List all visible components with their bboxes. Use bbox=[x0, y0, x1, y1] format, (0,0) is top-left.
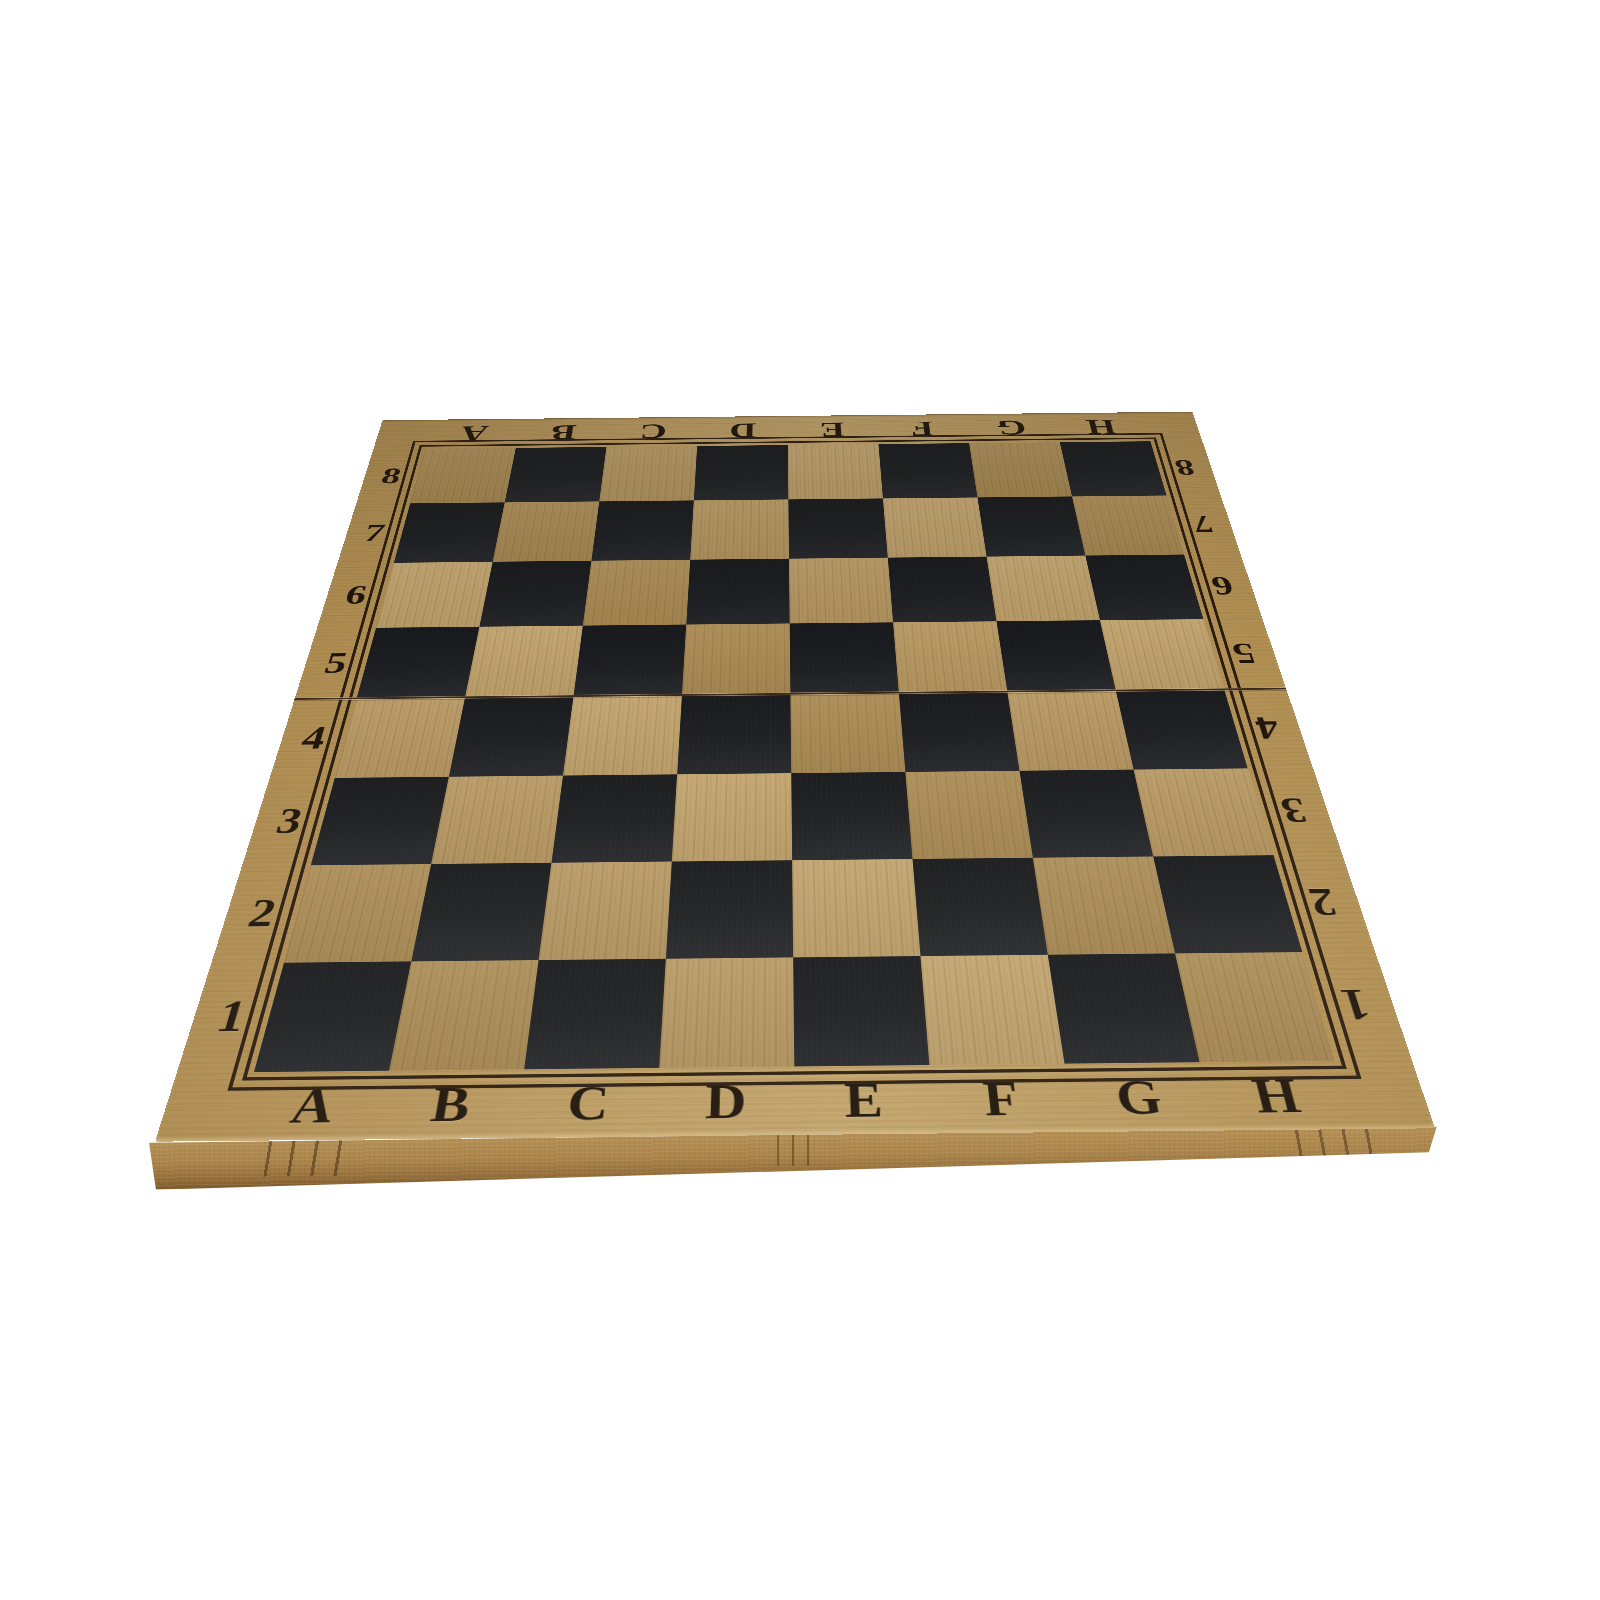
square-f5 bbox=[893, 621, 1007, 693]
square-f4 bbox=[899, 692, 1020, 772]
file-labels-bottom: ABCDEFGH bbox=[235, 1061, 1355, 1141]
square-h7 bbox=[1072, 495, 1184, 555]
square-e5 bbox=[790, 622, 899, 694]
square-b3 bbox=[431, 776, 563, 864]
square-e1 bbox=[793, 956, 929, 1066]
square-f2 bbox=[912, 858, 1047, 956]
square-g7 bbox=[977, 496, 1085, 556]
file-label-bottom-f: F bbox=[929, 1064, 1075, 1134]
square-d4 bbox=[677, 695, 791, 775]
square-b1 bbox=[389, 960, 539, 1071]
file-label-top-h: H bbox=[1053, 412, 1150, 442]
square-c1 bbox=[524, 959, 666, 1070]
square-e3 bbox=[791, 772, 912, 860]
squares-grid bbox=[254, 441, 1335, 1072]
square-g3 bbox=[1019, 770, 1153, 858]
square-g2 bbox=[1033, 856, 1175, 954]
square-c4 bbox=[563, 696, 682, 776]
square-d5 bbox=[682, 623, 791, 695]
square-a4 bbox=[335, 698, 465, 778]
file-label-top-g: G bbox=[965, 413, 1060, 443]
hinge-clasp-marks bbox=[777, 1135, 809, 1166]
file-label-bottom-g: G bbox=[1064, 1062, 1215, 1132]
chess-board: ABCDEFGH ABCDEFGH 87654321 87654321 bbox=[155, 412, 1435, 1142]
square-b7 bbox=[493, 501, 600, 561]
file-label-top-d: D bbox=[697, 416, 788, 446]
square-b2 bbox=[411, 863, 551, 962]
square-e6 bbox=[789, 558, 893, 624]
square-e7 bbox=[788, 498, 887, 558]
file-label-bottom-h: H bbox=[1200, 1061, 1355, 1131]
square-d8 bbox=[694, 445, 789, 500]
square-h8 bbox=[1060, 441, 1167, 496]
square-a6 bbox=[376, 562, 493, 628]
square-d1 bbox=[659, 957, 794, 1067]
square-a5 bbox=[356, 627, 479, 699]
file-label-top-e: E bbox=[787, 415, 878, 445]
square-b6 bbox=[479, 561, 591, 627]
square-c7 bbox=[591, 500, 693, 560]
square-b4 bbox=[449, 697, 574, 777]
square-f6 bbox=[888, 557, 997, 623]
file-label-top-a: A bbox=[425, 419, 522, 449]
corner-grooves-right bbox=[1281, 1127, 1379, 1167]
square-c8 bbox=[599, 446, 697, 501]
square-b5 bbox=[465, 626, 583, 698]
file-label-bottom-a: A bbox=[235, 1071, 389, 1141]
square-c6 bbox=[583, 560, 690, 626]
square-c3 bbox=[551, 774, 677, 862]
square-f3 bbox=[905, 771, 1032, 859]
square-g6 bbox=[987, 556, 1100, 622]
square-a3 bbox=[311, 777, 449, 866]
square-g1 bbox=[1048, 953, 1200, 1063]
square-e2 bbox=[792, 859, 920, 957]
square-d2 bbox=[666, 860, 793, 958]
square-g4 bbox=[1007, 691, 1133, 771]
square-e4 bbox=[790, 693, 905, 773]
square-f8 bbox=[878, 443, 977, 498]
square-a7 bbox=[394, 502, 505, 562]
square-c2 bbox=[539, 862, 672, 961]
file-label-bottom-e: E bbox=[794, 1065, 935, 1135]
square-d6 bbox=[686, 559, 789, 625]
square-f1 bbox=[920, 955, 1064, 1065]
file-label-top-b: B bbox=[516, 418, 611, 448]
square-a8 bbox=[410, 448, 516, 503]
file-label-bottom-b: B bbox=[375, 1069, 524, 1139]
square-f7 bbox=[883, 497, 987, 557]
square-g8 bbox=[969, 442, 1072, 497]
file-label-top-c: C bbox=[606, 417, 698, 447]
square-c5 bbox=[573, 625, 686, 697]
square-h6 bbox=[1085, 555, 1203, 621]
square-e8 bbox=[788, 444, 883, 499]
corner-grooves-left bbox=[249, 1140, 353, 1177]
square-g5 bbox=[996, 620, 1115, 692]
square-d3 bbox=[672, 773, 792, 861]
file-label-top-f: F bbox=[876, 414, 969, 444]
square-d7 bbox=[690, 499, 789, 559]
square-b8 bbox=[505, 447, 607, 502]
file-label-bottom-d: D bbox=[655, 1066, 795, 1136]
board-scene: ABCDEFGH ABCDEFGH 87654321 87654321 bbox=[0, 0, 1600, 1600]
file-label-bottom-c: C bbox=[515, 1068, 659, 1138]
product-photo-canvas: ABCDEFGH ABCDEFGH 87654321 87654321 bbox=[0, 0, 1600, 1600]
